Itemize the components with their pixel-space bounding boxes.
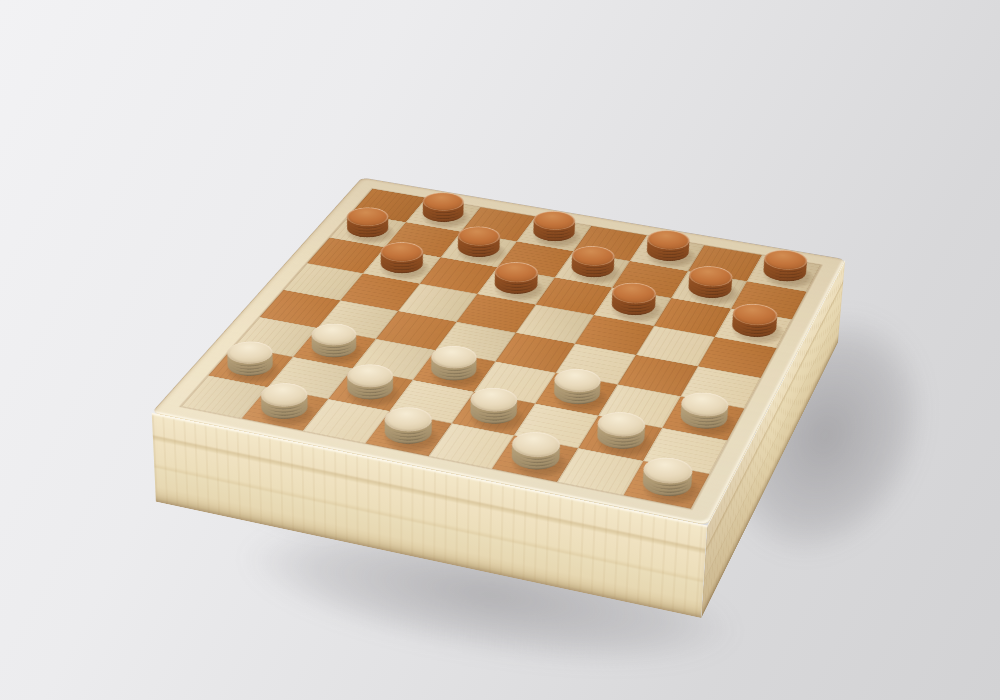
piece-orange-h8[interactable] [758, 260, 810, 286]
piece-cream-f3[interactable] [548, 379, 606, 409]
piece-cream-d1[interactable] [378, 418, 438, 449]
piece-cream-a2[interactable] [221, 352, 280, 381]
piece-cream-b3[interactable] [305, 334, 363, 362]
checkers-box [152, 178, 845, 525]
piece-orange-e7[interactable] [566, 257, 619, 282]
piece-orange-d6[interactable] [489, 273, 543, 299]
piece-orange-f8[interactable] [641, 241, 693, 266]
square-a4[interactable] [259, 290, 340, 328]
piece-cream-h1[interactable] [637, 468, 697, 501]
piece-orange-h6[interactable] [727, 314, 781, 342]
piece-orange-b6[interactable] [375, 253, 429, 278]
piece-cream-f1[interactable] [505, 443, 565, 475]
piece-orange-b8[interactable] [417, 203, 469, 227]
piece-orange-f6[interactable] [606, 293, 660, 320]
piece-cream-d3[interactable] [425, 356, 483, 385]
piece-cream-e2[interactable] [464, 398, 523, 429]
piece-cream-g2[interactable] [591, 423, 650, 455]
piece-cream-h3[interactable] [675, 403, 732, 434]
piece-cream-c2[interactable] [341, 375, 400, 405]
perspective-camera [0, 0, 1000, 700]
piece-orange-c7[interactable] [452, 237, 505, 262]
photo-scene [0, 0, 1000, 700]
piece-orange-a7[interactable] [341, 218, 394, 242]
piece-orange-g7[interactable] [683, 277, 736, 303]
piece-orange-d8[interactable] [528, 222, 580, 246]
piece-cream-b1[interactable] [255, 394, 316, 424]
